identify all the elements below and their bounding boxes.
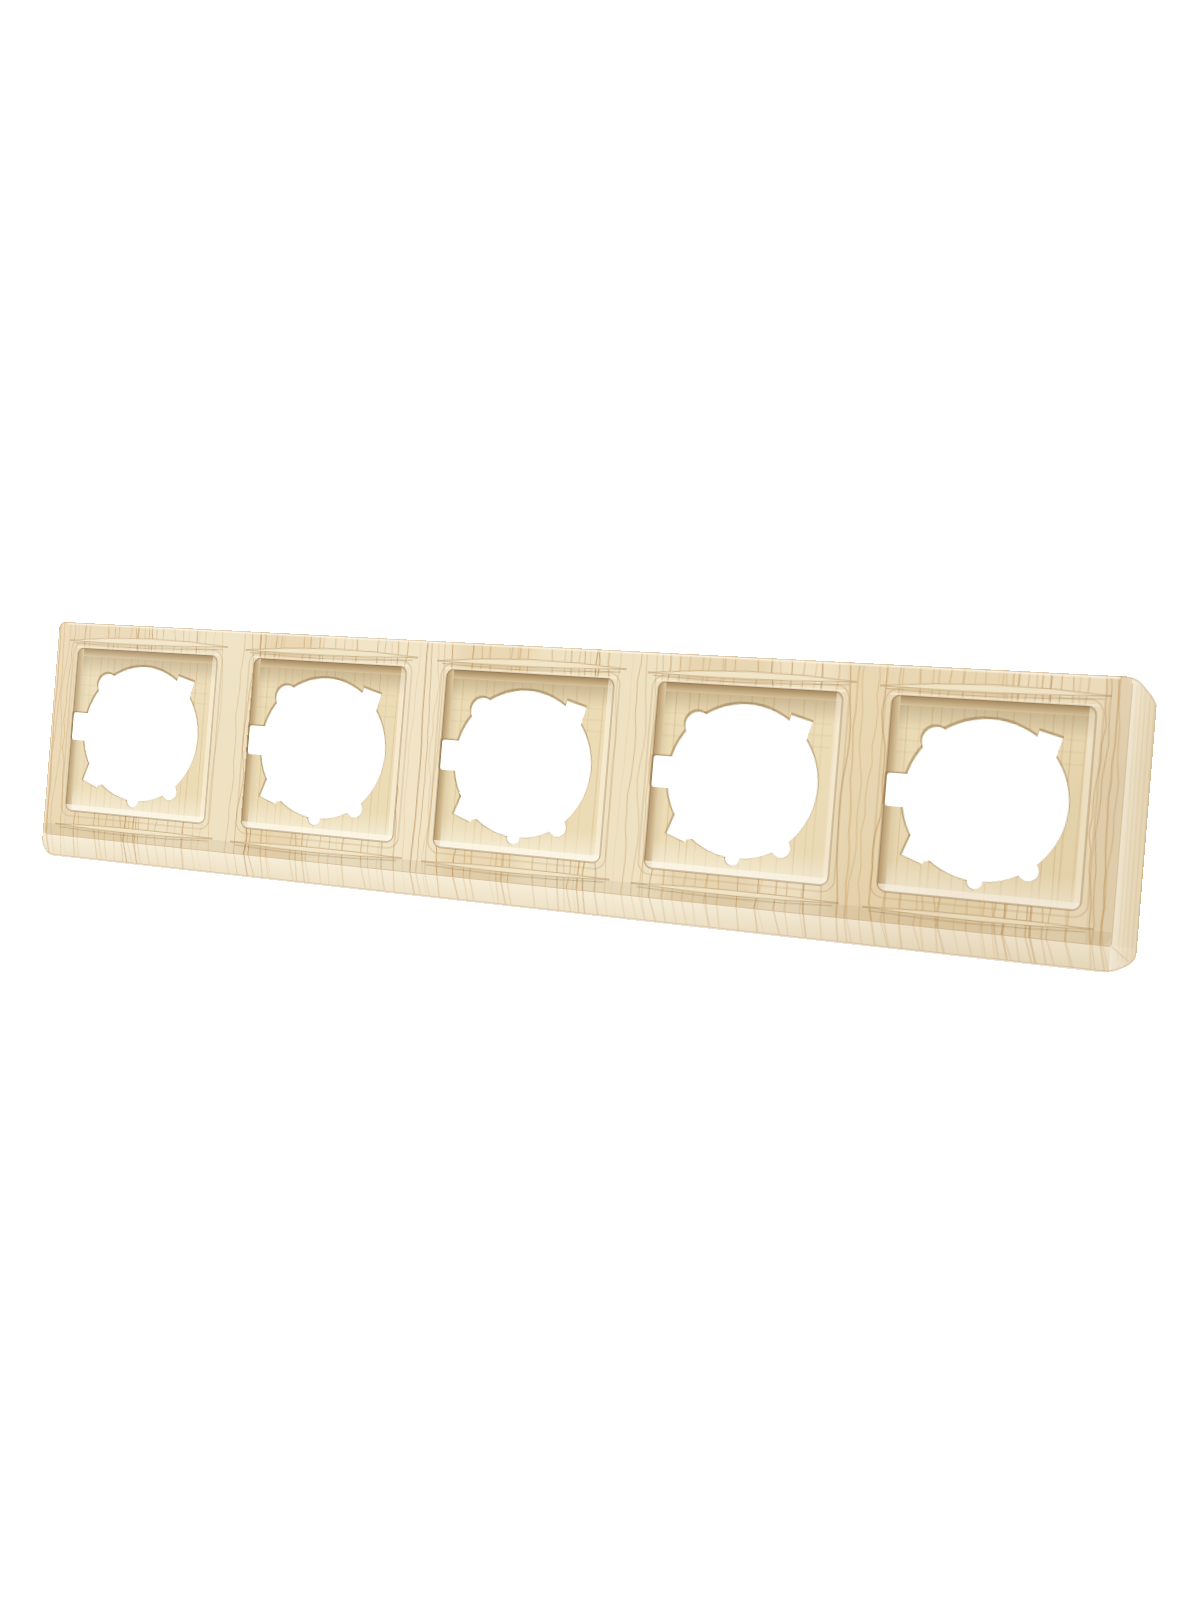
wall-frame-plate <box>41 622 1159 976</box>
wall-frame-svg <box>41 622 1159 976</box>
product-photo <box>0 0 1200 1600</box>
